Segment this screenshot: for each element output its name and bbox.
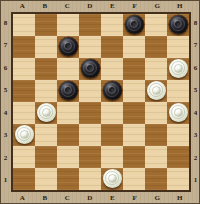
square-f7[interactable]: [123, 36, 145, 58]
file-label: B: [34, 192, 57, 204]
square-g7[interactable]: [145, 36, 167, 58]
rank-label: 5: [191, 80, 200, 103]
square-c3[interactable]: [57, 124, 79, 146]
square-f6[interactable]: [123, 58, 145, 80]
rank-label: 3: [0, 125, 11, 148]
square-g8[interactable]: [145, 14, 167, 36]
square-d4[interactable]: [79, 102, 101, 124]
file-label: A: [11, 0, 34, 12]
square-g2[interactable]: [145, 146, 167, 168]
file-label: C: [56, 192, 79, 204]
square-f5[interactable]: [123, 80, 145, 102]
square-c8[interactable]: [57, 14, 79, 36]
checkers-board: [11, 12, 191, 192]
square-b5[interactable]: [35, 80, 57, 102]
rank-labels-right: 87654321: [191, 12, 200, 192]
square-a2[interactable]: [13, 146, 35, 168]
rank-label: 3: [191, 125, 200, 148]
file-label: G: [146, 0, 169, 12]
square-g4[interactable]: [145, 102, 167, 124]
file-labels-top: ABCDEFGH: [11, 0, 191, 12]
square-e3[interactable]: [101, 124, 123, 146]
black-man-e5[interactable]: [103, 81, 122, 100]
square-c4[interactable]: [57, 102, 79, 124]
file-label: G: [146, 192, 169, 204]
square-d7[interactable]: [79, 36, 101, 58]
rank-label: 1: [0, 170, 11, 193]
white-man-h6[interactable]: [169, 59, 188, 78]
black-man-c7[interactable]: [59, 37, 78, 56]
square-a3[interactable]: [13, 124, 35, 146]
file-label: C: [56, 0, 79, 12]
square-h8[interactable]: [167, 14, 189, 36]
square-b4[interactable]: [35, 102, 57, 124]
rank-label: 7: [191, 35, 200, 58]
square-f4[interactable]: [123, 102, 145, 124]
rank-label: 2: [191, 147, 200, 170]
square-e8[interactable]: [101, 14, 123, 36]
white-man-g5[interactable]: [147, 81, 166, 100]
square-b3[interactable]: [35, 124, 57, 146]
square-f1[interactable]: [123, 168, 145, 190]
square-g3[interactable]: [145, 124, 167, 146]
square-g6[interactable]: [145, 58, 167, 80]
square-b8[interactable]: [35, 14, 57, 36]
black-man-d6[interactable]: [81, 59, 100, 78]
file-labels-bottom: ABCDEFGH: [11, 192, 191, 204]
rank-label: 1: [191, 170, 200, 193]
black-man-c5[interactable]: [59, 81, 78, 100]
rank-label: 4: [0, 102, 11, 125]
file-label: D: [79, 0, 102, 12]
checkers-game-window: ABCDEFGH 87654321 87654321 ABCDEFGH: [0, 0, 200, 204]
square-d3[interactable]: [79, 124, 101, 146]
rank-label: 8: [191, 12, 200, 35]
rank-label: 5: [0, 80, 11, 103]
square-a4[interactable]: [13, 102, 35, 124]
square-h4[interactable]: [167, 102, 189, 124]
square-d5[interactable]: [79, 80, 101, 102]
black-man-f8[interactable]: [125, 15, 144, 34]
square-e7[interactable]: [101, 36, 123, 58]
square-h6[interactable]: [167, 58, 189, 80]
square-e1[interactable]: [101, 168, 123, 190]
square-h7[interactable]: [167, 36, 189, 58]
square-b2[interactable]: [35, 146, 57, 168]
square-e6[interactable]: [101, 58, 123, 80]
file-label: D: [79, 192, 102, 204]
file-label: E: [101, 192, 124, 204]
square-e4[interactable]: [101, 102, 123, 124]
square-h2[interactable]: [167, 146, 189, 168]
square-g1[interactable]: [145, 168, 167, 190]
square-d8[interactable]: [79, 14, 101, 36]
square-a5[interactable]: [13, 80, 35, 102]
rank-label: 8: [0, 12, 11, 35]
square-f8[interactable]: [123, 14, 145, 36]
white-man-a3[interactable]: [15, 125, 34, 144]
square-b6[interactable]: [35, 58, 57, 80]
square-b1[interactable]: [35, 168, 57, 190]
rank-label: 6: [0, 57, 11, 80]
file-label: F: [124, 192, 147, 204]
square-c6[interactable]: [57, 58, 79, 80]
square-g5[interactable]: [145, 80, 167, 102]
square-b7[interactable]: [35, 36, 57, 58]
file-label: F: [124, 0, 147, 12]
square-c2[interactable]: [57, 146, 79, 168]
square-a6[interactable]: [13, 58, 35, 80]
rank-label: 4: [191, 102, 200, 125]
square-f2[interactable]: [123, 146, 145, 168]
file-label: H: [169, 0, 192, 12]
file-label: E: [101, 0, 124, 12]
square-d1[interactable]: [79, 168, 101, 190]
square-e2[interactable]: [101, 146, 123, 168]
rank-label: 6: [191, 57, 200, 80]
square-f3[interactable]: [123, 124, 145, 146]
square-a1[interactable]: [13, 168, 35, 190]
white-man-b4[interactable]: [37, 103, 56, 122]
file-label: B: [34, 0, 57, 12]
square-h3[interactable]: [167, 124, 189, 146]
square-h1[interactable]: [167, 168, 189, 190]
square-c5[interactable]: [57, 80, 79, 102]
square-c7[interactable]: [57, 36, 79, 58]
square-a7[interactable]: [13, 36, 35, 58]
white-man-h4[interactable]: [169, 103, 188, 122]
white-man-e1[interactable]: [103, 169, 122, 188]
rank-label: 2: [0, 147, 11, 170]
square-d6[interactable]: [79, 58, 101, 80]
rank-label: 7: [0, 35, 11, 58]
square-e5[interactable]: [101, 80, 123, 102]
square-c1[interactable]: [57, 168, 79, 190]
square-h5[interactable]: [167, 80, 189, 102]
file-label: A: [11, 192, 34, 204]
square-d2[interactable]: [79, 146, 101, 168]
file-label: H: [169, 192, 192, 204]
rank-labels-left: 87654321: [0, 12, 11, 192]
square-a8[interactable]: [13, 14, 35, 36]
black-man-h8[interactable]: [169, 15, 188, 34]
